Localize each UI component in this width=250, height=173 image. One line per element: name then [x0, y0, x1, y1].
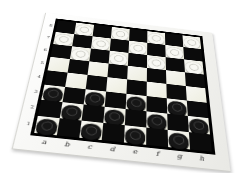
- square-g1[interactable]: ●○: [168, 130, 190, 150]
- piece-black-e1[interactable]: ●○: [124, 125, 146, 145]
- board-grid: ●○●○●○●○●○●○●○●○●○●○●○●○●○●○●○●○●○●○●○●○…: [34, 20, 212, 151]
- checker-ridge-glyph: ○: [168, 130, 190, 150]
- file-label-h: h: [190, 152, 213, 169]
- square-a1[interactable]: ●○: [34, 116, 60, 135]
- square-e1[interactable]: ●○: [124, 125, 146, 145]
- square-c1[interactable]: ●○: [79, 121, 103, 141]
- file-label-f: f: [146, 147, 169, 164]
- file-label-d: d: [100, 143, 124, 160]
- checker-ridge-glyph: ○: [34, 116, 60, 135]
- board-frame: ●○●○●○●○●○●○●○●○●○●○●○●○●○●○●○●○●○●○●○●○…: [30, 18, 215, 154]
- piece-black-c1[interactable]: ●○: [79, 121, 103, 141]
- checker-ridge-glyph: ○: [79, 121, 103, 141]
- square-f1[interactable]: [146, 128, 168, 148]
- square-h1[interactable]: [189, 132, 212, 152]
- square-d1[interactable]: [102, 123, 125, 143]
- piece-black-g1[interactable]: ●○: [168, 130, 190, 150]
- checker-ridge-glyph: ○: [124, 125, 146, 145]
- file-label-b: b: [54, 138, 79, 155]
- checkers-board-photo: 87654321 ●○●○●○●○●○●○●○●○●○●○●○●○●○●○●○●…: [0, 0, 250, 173]
- board-sheet: 87654321 ●○●○●○●○●○●○●○●○●○●○●○●○●○●○●○●…: [11, 13, 230, 172]
- piece-black-a1[interactable]: ●○: [34, 116, 60, 135]
- square-b1[interactable]: [57, 118, 82, 138]
